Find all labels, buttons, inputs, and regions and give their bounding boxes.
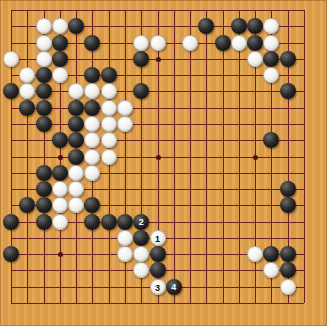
stone-black[interactable] xyxy=(52,132,68,148)
stone-black[interactable] xyxy=(101,214,117,230)
stone-white[interactable] xyxy=(117,246,133,262)
stone-black[interactable] xyxy=(19,100,35,116)
stone-black[interactable] xyxy=(68,132,84,148)
grid-line-vertical xyxy=(239,10,240,303)
stone-black[interactable] xyxy=(280,83,296,99)
stone-black[interactable] xyxy=(36,116,52,132)
stone-white[interactable] xyxy=(117,100,133,116)
stone-black[interactable] xyxy=(52,51,68,67)
go-board[interactable]: 2134 xyxy=(0,0,327,326)
stone-black[interactable] xyxy=(280,181,296,197)
stone-black[interactable] xyxy=(117,214,133,230)
stone-white[interactable] xyxy=(117,230,133,246)
stone-white[interactable] xyxy=(263,262,279,278)
stone-white[interactable] xyxy=(52,18,68,34)
stone-white[interactable] xyxy=(68,181,84,197)
stone-black[interactable] xyxy=(133,83,149,99)
stone-white[interactable] xyxy=(263,18,279,34)
stone-white[interactable] xyxy=(280,279,296,295)
stone-black[interactable] xyxy=(84,67,100,83)
stone-white[interactable] xyxy=(231,35,247,51)
stone-move-3[interactable]: 3 xyxy=(150,279,166,295)
grid-line-horizontal xyxy=(11,303,304,304)
stone-white[interactable] xyxy=(101,132,117,148)
stone-black[interactable] xyxy=(84,100,100,116)
stone-white[interactable] xyxy=(150,35,166,51)
stone-move-4[interactable]: 4 xyxy=(166,279,182,295)
star-point xyxy=(58,252,63,257)
stone-black[interactable] xyxy=(3,246,19,262)
star-point xyxy=(253,155,258,160)
stone-black[interactable] xyxy=(52,165,68,181)
grid-line-vertical xyxy=(190,10,191,303)
stone-white[interactable] xyxy=(19,83,35,99)
stone-black[interactable] xyxy=(36,197,52,213)
stone-white[interactable] xyxy=(263,35,279,51)
stone-black[interactable] xyxy=(150,262,166,278)
stone-black[interactable] xyxy=(3,83,19,99)
stone-white[interactable] xyxy=(101,100,117,116)
stone-move-2[interactable]: 2 xyxy=(133,214,149,230)
stone-black[interactable] xyxy=(101,67,117,83)
stone-black[interactable] xyxy=(36,181,52,197)
stone-black[interactable] xyxy=(247,35,263,51)
stone-white[interactable] xyxy=(84,132,100,148)
stone-white[interactable] xyxy=(52,181,68,197)
stone-white[interactable] xyxy=(68,83,84,99)
stone-black[interactable] xyxy=(36,165,52,181)
stone-white[interactable] xyxy=(68,197,84,213)
stone-black[interactable] xyxy=(263,246,279,262)
stone-white[interactable] xyxy=(36,18,52,34)
stone-black[interactable] xyxy=(247,18,263,34)
stone-white[interactable] xyxy=(36,51,52,67)
stone-white[interactable] xyxy=(52,67,68,83)
stone-white[interactable] xyxy=(133,246,149,262)
stone-black[interactable] xyxy=(84,214,100,230)
stone-black[interactable] xyxy=(133,51,149,67)
stone-black[interactable] xyxy=(263,51,279,67)
stone-black[interactable] xyxy=(231,18,247,34)
stone-black[interactable] xyxy=(84,35,100,51)
stone-white[interactable] xyxy=(117,116,133,132)
stone-white[interactable] xyxy=(133,262,149,278)
stone-black[interactable] xyxy=(68,100,84,116)
stone-black[interactable] xyxy=(280,246,296,262)
stone-black[interactable] xyxy=(280,197,296,213)
stone-black[interactable] xyxy=(19,197,35,213)
stone-black[interactable] xyxy=(263,132,279,148)
star-point xyxy=(58,155,63,160)
stone-black[interactable] xyxy=(84,197,100,213)
stone-white[interactable] xyxy=(84,116,100,132)
stone-black[interactable] xyxy=(68,116,84,132)
stone-black[interactable] xyxy=(36,83,52,99)
stone-black[interactable] xyxy=(280,262,296,278)
stone-white[interactable] xyxy=(36,35,52,51)
stone-white[interactable] xyxy=(84,165,100,181)
stone-black[interactable] xyxy=(150,246,166,262)
stone-white[interactable] xyxy=(19,67,35,83)
stone-white[interactable] xyxy=(101,83,117,99)
stone-black[interactable] xyxy=(36,214,52,230)
grid-line-vertical xyxy=(206,10,207,303)
stone-black[interactable] xyxy=(36,100,52,116)
stone-white[interactable] xyxy=(84,83,100,99)
stone-black[interactable] xyxy=(3,214,19,230)
stone-white[interactable] xyxy=(68,165,84,181)
grid-line-vertical xyxy=(304,10,305,303)
stone-black[interactable] xyxy=(68,18,84,34)
stone-white[interactable] xyxy=(133,35,149,51)
stone-black[interactable] xyxy=(280,51,296,67)
star-point xyxy=(156,155,161,160)
stone-white[interactable] xyxy=(52,197,68,213)
grid-line-vertical xyxy=(223,10,224,303)
grid-line-vertical xyxy=(174,10,175,303)
stone-black[interactable] xyxy=(36,67,52,83)
stone-white[interactable] xyxy=(101,149,117,165)
stone-black[interactable] xyxy=(215,35,231,51)
stone-black[interactable] xyxy=(133,230,149,246)
stone-white[interactable] xyxy=(182,35,198,51)
stone-white[interactable] xyxy=(247,51,263,67)
stone-black[interactable] xyxy=(198,18,214,34)
stone-white[interactable] xyxy=(247,246,263,262)
stone-white[interactable] xyxy=(263,67,279,83)
stone-white[interactable] xyxy=(52,214,68,230)
stone-white[interactable] xyxy=(84,149,100,165)
stone-white[interactable] xyxy=(101,116,117,132)
star-point xyxy=(156,57,161,62)
stone-move-1[interactable]: 1 xyxy=(150,230,166,246)
stone-white[interactable] xyxy=(3,51,19,67)
stone-black[interactable] xyxy=(52,35,68,51)
stone-black[interactable] xyxy=(68,149,84,165)
